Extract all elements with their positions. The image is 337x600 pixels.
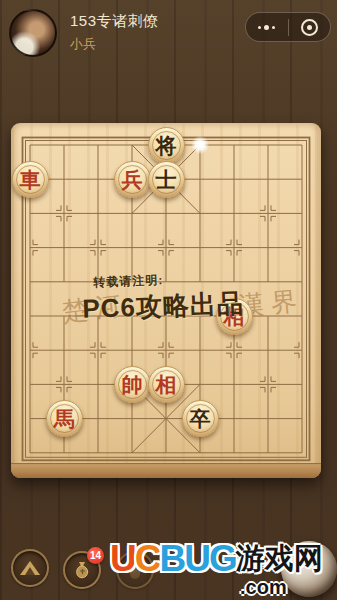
sparkle-effect: ✦ bbox=[191, 136, 209, 154]
piece-black-advisor[interactable]: 士 bbox=[148, 161, 185, 198]
site-watermark-bug: BUG bbox=[159, 538, 235, 579]
piece-glyph: 士 bbox=[156, 169, 177, 190]
piece-black-general[interactable]: 将 bbox=[148, 127, 185, 164]
strategy-watermark: 转载请注明: PC6攻略出品 bbox=[81, 269, 244, 327]
piece-glyph: 帥 bbox=[122, 374, 143, 395]
piece-red-general[interactable]: 帥 bbox=[114, 366, 151, 403]
item-button[interactable] bbox=[116, 551, 154, 589]
level-title: 153专诸刺僚 bbox=[70, 12, 159, 31]
piece-glyph: 将 bbox=[156, 135, 177, 156]
vase-icon bbox=[130, 561, 140, 579]
xiangqi-app: 153专诸刺僚 小兵 楚河 漢界 将車兵士相帥相馬卒✦ 转载请注明: PC6攻略… bbox=[0, 0, 337, 600]
player-avatar[interactable] bbox=[9, 9, 57, 57]
piece-black-soldier[interactable]: 卒 bbox=[182, 400, 219, 437]
chevron-up-icon bbox=[20, 561, 40, 575]
piece-glyph: 卒 bbox=[190, 408, 211, 429]
partial-count-label: 81 bbox=[237, 560, 251, 575]
miniprogram-capsule bbox=[245, 12, 331, 42]
close-button[interactable] bbox=[289, 13, 331, 41]
stone-orb-button[interactable] bbox=[281, 541, 337, 597]
player-rank-label: 小兵 bbox=[70, 35, 96, 53]
site-watermark-com: .com bbox=[240, 576, 287, 599]
more-button[interactable] bbox=[246, 13, 288, 41]
close-icon bbox=[301, 19, 318, 36]
board-panel-bevel bbox=[11, 463, 321, 478]
expand-menu-button[interactable] bbox=[11, 549, 49, 587]
watermark-brand: PC6攻略出品 bbox=[82, 286, 245, 327]
piece-red-chariot[interactable]: 車 bbox=[12, 161, 49, 198]
piece-glyph: 車 bbox=[20, 169, 41, 190]
piece-glyph: 馬 bbox=[54, 408, 75, 429]
moneybag-badge: 14 bbox=[87, 547, 104, 564]
piece-glyph: 相 bbox=[156, 374, 177, 395]
piece-red-elephant[interactable]: 相 bbox=[148, 366, 185, 403]
sparkle-icon: ✦ bbox=[196, 140, 204, 150]
piece-red-soldier[interactable]: 兵 bbox=[114, 161, 151, 198]
more-icon bbox=[258, 25, 275, 30]
piece-glyph: 兵 bbox=[122, 169, 143, 190]
piece-red-horse[interactable]: 馬 bbox=[46, 400, 83, 437]
